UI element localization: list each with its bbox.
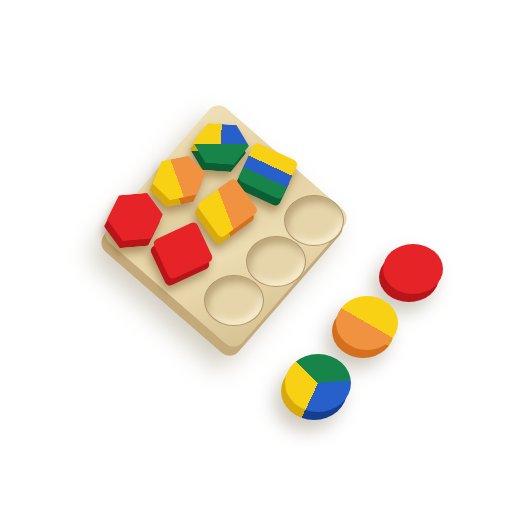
circle-recess-row3 [204,275,264,326]
circle-recess-row2 [246,236,306,287]
puzzle-photo-scene [0,0,520,520]
piece-top-face [336,296,398,350]
piece-circle-whole-red[interactable] [383,244,443,294]
piece-square-whole-red[interactable] [159,229,207,272]
piece-hexagon-two-part[interactable] [152,158,206,198]
piece-square-three-part[interactable] [244,150,292,192]
piece-circle-three-part[interactable] [285,354,351,412]
circle-recess-row1 [284,195,344,246]
piece-top-face [285,354,351,412]
piece-top-face [383,244,443,294]
piece-hexagon-whole-red[interactable] [107,194,163,240]
piece-square-two-part[interactable] [204,187,251,229]
piece-circle-two-part[interactable] [336,296,398,350]
